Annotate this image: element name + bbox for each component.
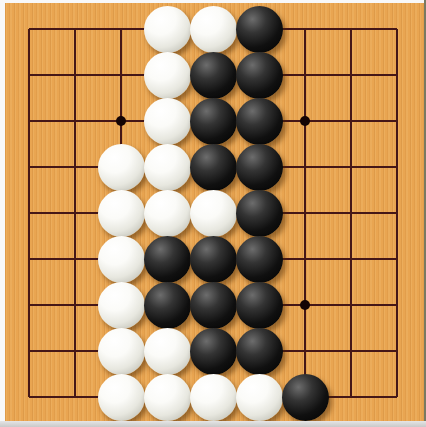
intersection-f4[interactable] xyxy=(236,236,282,282)
white-stone xyxy=(144,328,191,375)
intersection-d9[interactable] xyxy=(144,6,190,52)
intersection-d6[interactable] xyxy=(144,144,190,190)
intersection-f9[interactable] xyxy=(236,6,282,52)
intersection-e8[interactable] xyxy=(190,52,236,98)
intersection-d4[interactable] xyxy=(144,236,190,282)
intersection-e9[interactable] xyxy=(190,6,236,52)
white-stone xyxy=(190,190,237,237)
intersection-g9[interactable] xyxy=(282,6,328,52)
intersection-g8[interactable] xyxy=(282,52,328,98)
black-stone xyxy=(236,52,283,99)
intersection-j1[interactable] xyxy=(374,374,420,420)
black-stone xyxy=(144,282,191,329)
intersection-d5[interactable] xyxy=(144,190,190,236)
intersection-f3[interactable] xyxy=(236,282,282,328)
intersection-a6[interactable] xyxy=(6,144,52,190)
board-intersections xyxy=(6,6,420,420)
black-stone xyxy=(144,236,191,283)
intersection-b7[interactable] xyxy=(52,98,98,144)
intersection-g2[interactable] xyxy=(282,328,328,374)
black-stone xyxy=(282,374,329,421)
black-stone xyxy=(190,328,237,375)
intersection-j3[interactable] xyxy=(374,282,420,328)
black-stone xyxy=(236,98,283,145)
intersection-h4[interactable] xyxy=(328,236,374,282)
black-stone xyxy=(190,282,237,329)
black-stone xyxy=(236,328,283,375)
intersection-j2[interactable] xyxy=(374,328,420,374)
intersection-j9[interactable] xyxy=(374,6,420,52)
white-stone xyxy=(98,144,145,191)
intersection-c4[interactable] xyxy=(98,236,144,282)
intersection-b1[interactable] xyxy=(52,374,98,420)
intersection-e1[interactable] xyxy=(190,374,236,420)
intersection-g1[interactable] xyxy=(282,374,328,420)
intersection-d1[interactable] xyxy=(144,374,190,420)
intersection-j7[interactable] xyxy=(374,98,420,144)
intersection-b3[interactable] xyxy=(52,282,98,328)
intersection-e3[interactable] xyxy=(190,282,236,328)
black-stone xyxy=(190,98,237,145)
intersection-j4[interactable] xyxy=(374,236,420,282)
intersection-c9[interactable] xyxy=(98,6,144,52)
intersection-d3[interactable] xyxy=(144,282,190,328)
intersection-f6[interactable] xyxy=(236,144,282,190)
black-stone xyxy=(190,236,237,283)
white-stone xyxy=(98,236,145,283)
white-stone xyxy=(190,6,237,53)
intersection-f5[interactable] xyxy=(236,190,282,236)
intersection-c3[interactable] xyxy=(98,282,144,328)
intersection-e4[interactable] xyxy=(190,236,236,282)
intersection-e2[interactable] xyxy=(190,328,236,374)
white-stone xyxy=(144,52,191,99)
intersection-g6[interactable] xyxy=(282,144,328,190)
white-stone xyxy=(144,6,191,53)
white-stone xyxy=(144,144,191,191)
intersection-a2[interactable] xyxy=(6,328,52,374)
black-stone xyxy=(236,144,283,191)
white-stone xyxy=(98,190,145,237)
intersection-h2[interactable] xyxy=(328,328,374,374)
intersection-a4[interactable] xyxy=(6,236,52,282)
intersection-h7[interactable] xyxy=(328,98,374,144)
white-stone xyxy=(236,374,283,421)
intersection-j8[interactable] xyxy=(374,52,420,98)
white-stone xyxy=(98,282,145,329)
intersection-a5[interactable] xyxy=(6,190,52,236)
go-app-window xyxy=(0,0,426,427)
intersection-c6[interactable] xyxy=(98,144,144,190)
intersection-h1[interactable] xyxy=(328,374,374,420)
intersection-c5[interactable] xyxy=(98,190,144,236)
white-stone xyxy=(144,98,191,145)
intersection-a7[interactable] xyxy=(6,98,52,144)
white-stone xyxy=(98,328,145,375)
intersection-j5[interactable] xyxy=(374,190,420,236)
white-stone xyxy=(144,190,191,237)
intersection-a9[interactable] xyxy=(6,6,52,52)
intersection-h5[interactable] xyxy=(328,190,374,236)
intersection-d8[interactable] xyxy=(144,52,190,98)
white-stone xyxy=(144,374,191,421)
intersection-e6[interactable] xyxy=(190,144,236,190)
black-stone xyxy=(190,144,237,191)
black-stone xyxy=(190,52,237,99)
black-stone xyxy=(236,6,283,53)
intersection-e7[interactable] xyxy=(190,98,236,144)
intersection-b5[interactable] xyxy=(52,190,98,236)
intersection-f1[interactable] xyxy=(236,374,282,420)
intersection-d2[interactable] xyxy=(144,328,190,374)
intersection-c7[interactable] xyxy=(98,98,144,144)
intersection-j6[interactable] xyxy=(374,144,420,190)
white-stone xyxy=(98,374,145,421)
intersection-f7[interactable] xyxy=(236,98,282,144)
intersection-g5[interactable] xyxy=(282,190,328,236)
intersection-f2[interactable] xyxy=(236,328,282,374)
intersection-g7[interactable] xyxy=(282,98,328,144)
intersection-g4[interactable] xyxy=(282,236,328,282)
intersection-h6[interactable] xyxy=(328,144,374,190)
black-stone xyxy=(236,236,283,283)
intersection-h9[interactable] xyxy=(328,6,374,52)
black-stone xyxy=(236,190,283,237)
intersection-g3[interactable] xyxy=(282,282,328,328)
intersection-b9[interactable] xyxy=(52,6,98,52)
intersection-b2[interactable] xyxy=(52,328,98,374)
intersection-h8[interactable] xyxy=(328,52,374,98)
intersection-a3[interactable] xyxy=(6,282,52,328)
white-stone xyxy=(190,374,237,421)
intersection-b4[interactable] xyxy=(52,236,98,282)
intersection-b6[interactable] xyxy=(52,144,98,190)
intersection-a1[interactable] xyxy=(6,374,52,420)
intersection-h3[interactable] xyxy=(328,282,374,328)
intersection-b8[interactable] xyxy=(52,52,98,98)
intersection-c8[interactable] xyxy=(98,52,144,98)
intersection-a8[interactable] xyxy=(6,52,52,98)
intersection-c1[interactable] xyxy=(98,374,144,420)
intersection-c2[interactable] xyxy=(98,328,144,374)
intersection-e5[interactable] xyxy=(190,190,236,236)
frame-bottom-edge xyxy=(0,421,426,427)
black-stone xyxy=(236,282,283,329)
intersection-f8[interactable] xyxy=(236,52,282,98)
intersection-d7[interactable] xyxy=(144,98,190,144)
